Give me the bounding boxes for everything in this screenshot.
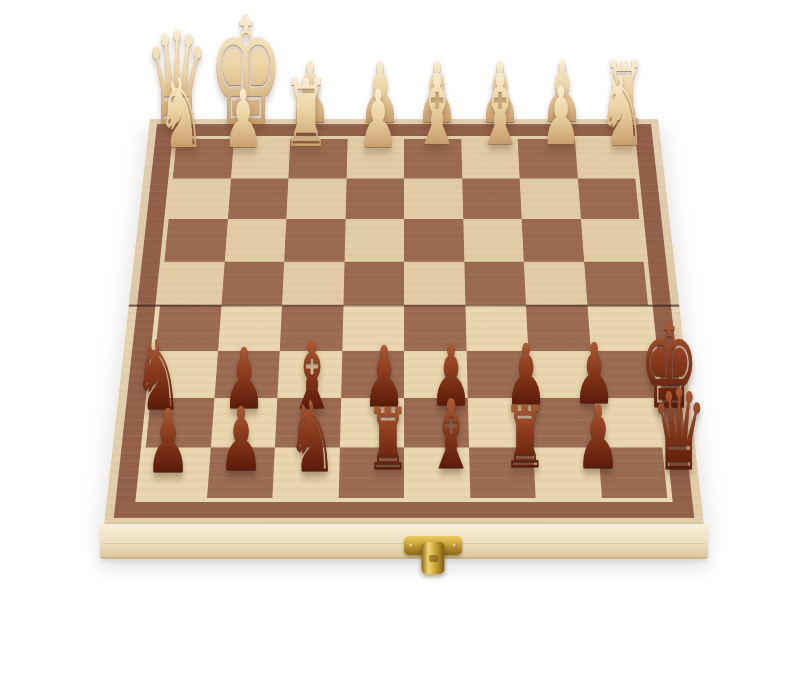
square-f2 — [467, 398, 533, 447]
square-g1 — [533, 447, 601, 498]
clasp-hook — [422, 542, 445, 574]
square-a8 — [173, 139, 234, 178]
square-d3 — [341, 351, 404, 398]
square-d8 — [346, 139, 404, 178]
square-h6 — [581, 219, 644, 261]
square-a2 — [146, 398, 214, 447]
square-g3 — [528, 351, 594, 398]
square-b1 — [207, 447, 275, 498]
square-h4 — [587, 305, 653, 351]
square-b6 — [224, 219, 286, 261]
square-e6 — [404, 219, 464, 261]
board-plane — [104, 119, 704, 525]
square-b2 — [210, 398, 277, 447]
square-c1 — [272, 447, 339, 498]
square-h3 — [590, 351, 657, 398]
square-f3 — [466, 351, 531, 398]
square-g4 — [526, 305, 590, 351]
square-e3 — [404, 351, 467, 398]
square-h2 — [594, 398, 662, 447]
square-e7 — [404, 178, 463, 219]
square-a6 — [164, 219, 227, 261]
square-e8 — [404, 139, 462, 178]
square-h7 — [577, 178, 639, 219]
square-b8 — [231, 139, 291, 178]
square-c4 — [280, 305, 343, 351]
square-b7 — [227, 178, 288, 219]
square-c7 — [286, 178, 346, 219]
brass-clasp — [404, 536, 462, 555]
square-f7 — [462, 178, 522, 219]
square-e5 — [404, 261, 465, 305]
square-h1 — [598, 447, 668, 498]
square-f1 — [469, 447, 536, 498]
clasp-screw-icon — [409, 543, 414, 548]
square-e4 — [404, 305, 466, 351]
square-g8 — [518, 139, 578, 178]
square-d4 — [342, 305, 404, 351]
square-d7 — [345, 178, 404, 219]
square-b5 — [221, 261, 284, 305]
square-g7 — [520, 178, 581, 219]
square-e1 — [404, 447, 470, 498]
square-a4 — [155, 305, 221, 351]
square-c8 — [288, 139, 347, 178]
square-h8 — [574, 139, 635, 178]
square-f5 — [464, 261, 526, 305]
square-d5 — [343, 261, 404, 305]
square-b4 — [218, 305, 282, 351]
square-f4 — [465, 305, 528, 351]
square-c2 — [275, 398, 341, 447]
square-g6 — [522, 219, 584, 261]
square-b3 — [214, 351, 280, 398]
square-c5 — [282, 261, 344, 305]
square-h5 — [584, 261, 648, 305]
playing-area — [135, 136, 672, 502]
square-a1 — [141, 447, 211, 498]
square-c6 — [284, 219, 345, 261]
board-border-band — [114, 124, 694, 518]
square-f8 — [461, 139, 520, 178]
clasp-screw-icon — [452, 543, 457, 548]
square-f6 — [463, 219, 524, 261]
square-g5 — [524, 261, 587, 305]
product-photo-stage: ♛♚♟♟♟♟♟♜♞♟♜♟♝♝♟♞♞♟♝♟♟♟♟♚♟♟♞♜♝♜♟♛ — [0, 0, 790, 674]
square-d2 — [339, 398, 404, 447]
square-c3 — [277, 351, 342, 398]
square-a7 — [169, 178, 231, 219]
square-a3 — [151, 351, 218, 398]
square-d1 — [338, 447, 404, 498]
board-frame — [104, 119, 704, 525]
square-d6 — [344, 219, 404, 261]
square-a5 — [160, 261, 224, 305]
clasp-notch — [429, 555, 438, 562]
square-e2 — [404, 398, 469, 447]
square-g2 — [531, 398, 598, 447]
